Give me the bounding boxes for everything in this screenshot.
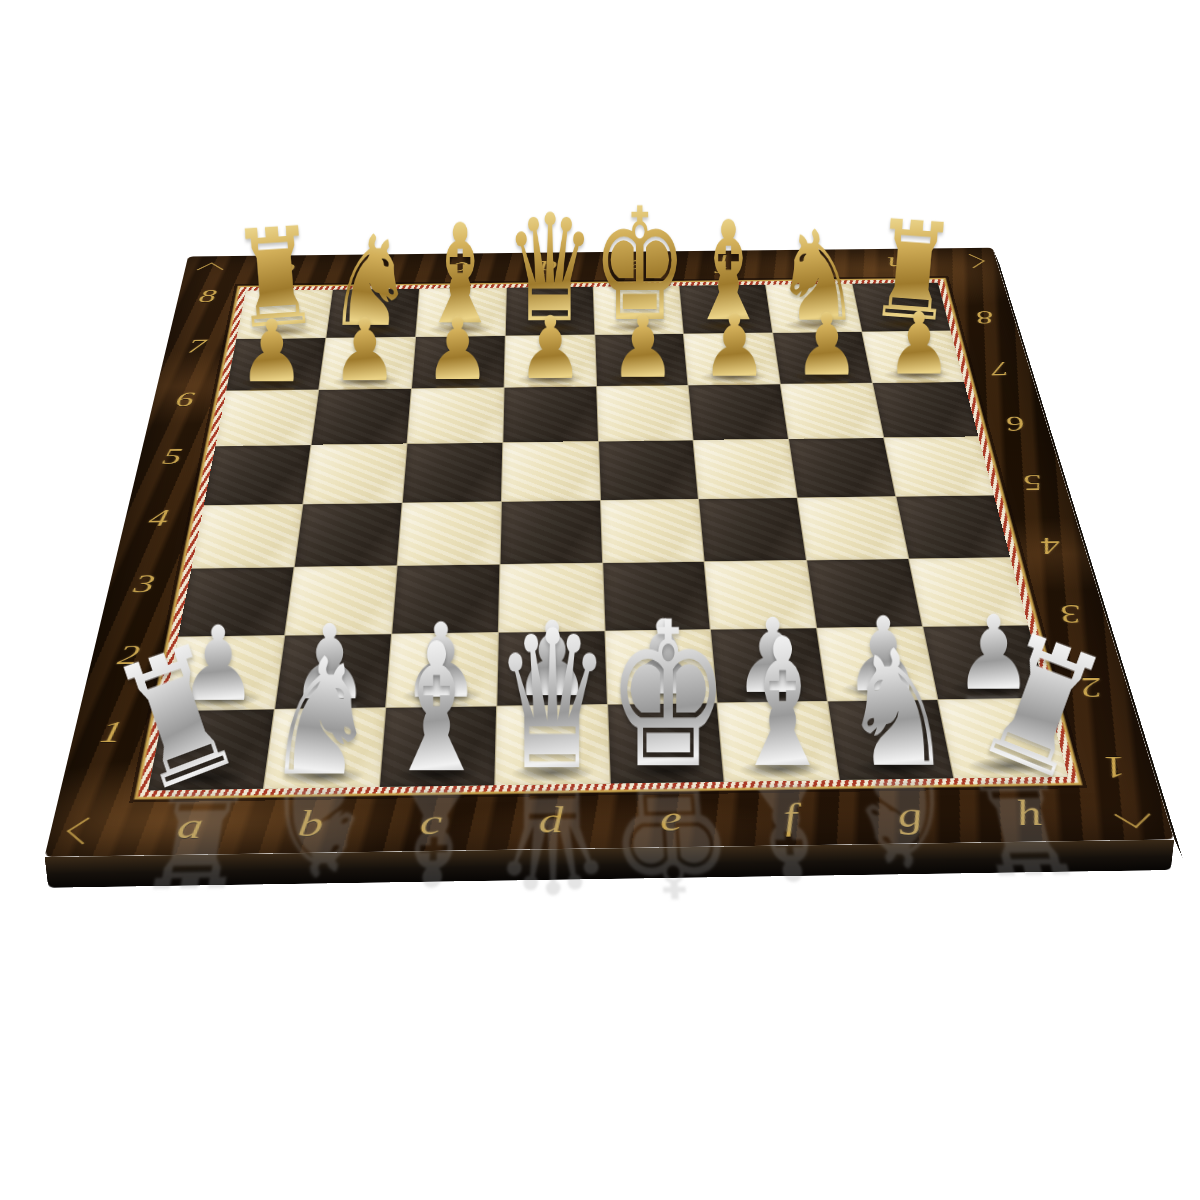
- product-photo-scene: abcdefgh abcdefgh 87654321 87654321 ♜♜♞♞…: [0, 0, 1200, 1200]
- file-label: d: [504, 258, 592, 278]
- file-label: b: [328, 259, 418, 279]
- square-a6[interactable]: [216, 390, 319, 446]
- file-label: a: [240, 260, 331, 280]
- square-g5[interactable]: [789, 438, 895, 497]
- file-label: h: [852, 254, 944, 274]
- rank-label: 5: [1009, 435, 1045, 495]
- square-a7[interactable]: ♟♟: [226, 338, 325, 390]
- file-label: e: [592, 257, 680, 277]
- silver-knight-b1[interactable]: ♞: [231, 641, 410, 795]
- square-e5[interactable]: [598, 440, 698, 499]
- square-b4[interactable]: [295, 503, 402, 567]
- file-label: f: [678, 256, 768, 276]
- square-f5[interactable]: [694, 439, 797, 498]
- chess-board: abcdefgh abcdefgh 87654321 87654321 ♜♜♞♞…: [44, 248, 1174, 857]
- square-f6[interactable]: [689, 384, 788, 439]
- file-label: c: [416, 258, 505, 278]
- gold-pawn-a7[interactable]: ♟: [194, 311, 350, 393]
- square-d5[interactable]: [502, 441, 600, 501]
- rank-label: 5: [152, 445, 184, 506]
- square-g6[interactable]: [781, 383, 883, 438]
- square-b6[interactable]: [311, 389, 410, 445]
- file-label: g: [765, 255, 856, 275]
- square-c5[interactable]: [403, 443, 502, 503]
- square-h5[interactable]: [884, 437, 993, 496]
- square-c6[interactable]: [407, 388, 503, 444]
- square-a5[interactable]: [204, 445, 310, 505]
- square-b1[interactable]: ♞♞: [264, 708, 385, 789]
